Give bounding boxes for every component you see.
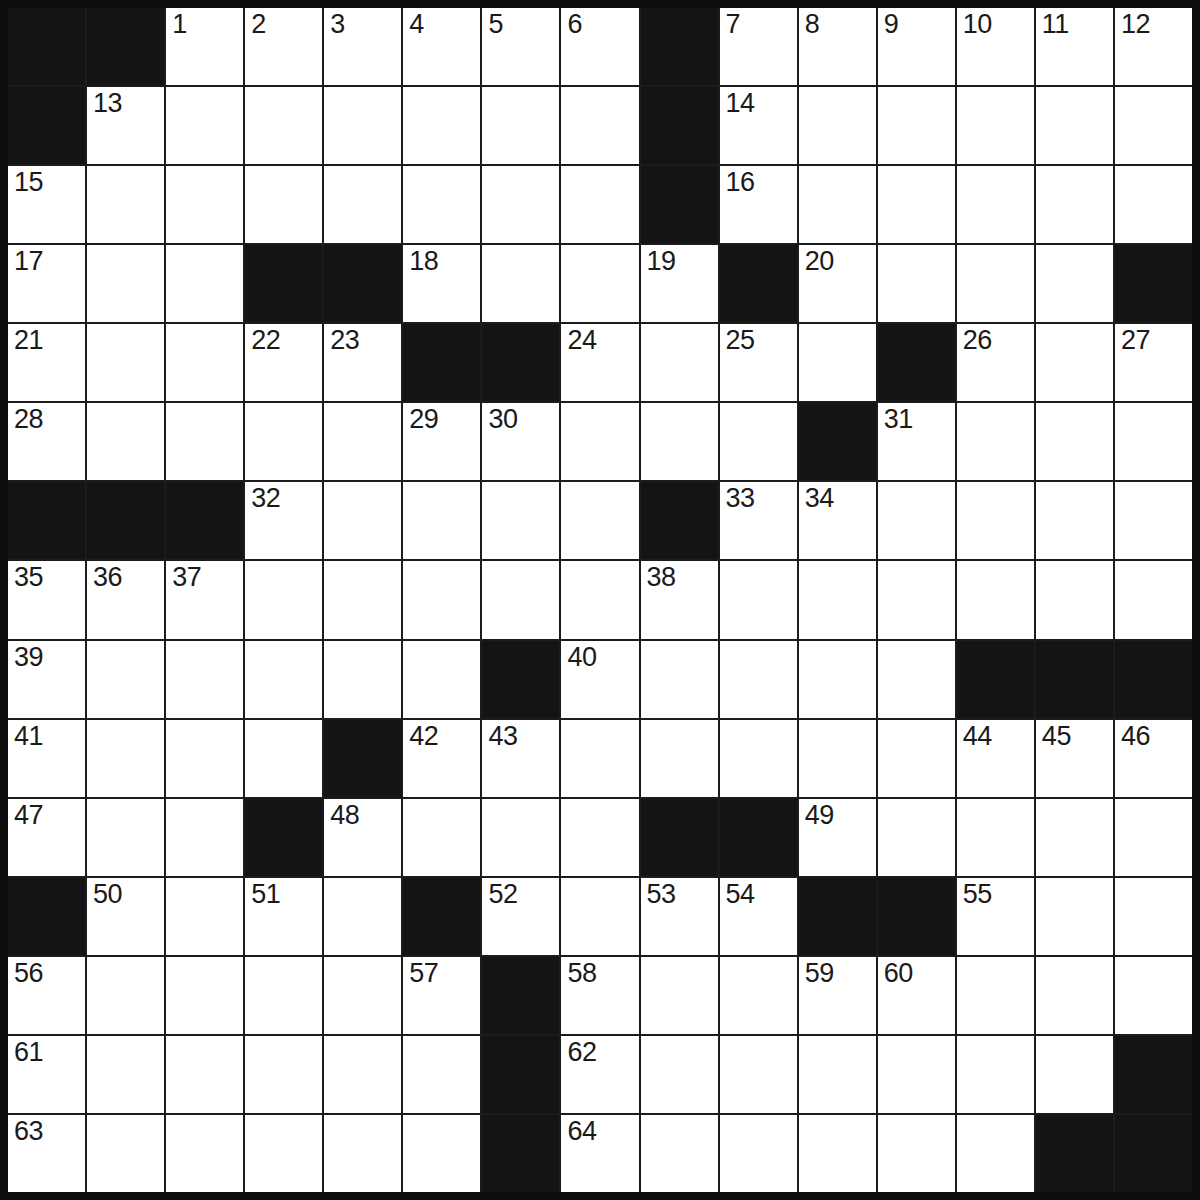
clue-number-17: 17 (14, 246, 43, 277)
black-cell-r5c7 (482, 324, 559, 401)
cell-r9c4[interactable] (245, 641, 322, 718)
cell-r7c10[interactable]: 33 (720, 482, 797, 559)
clue-number-48: 48 (330, 800, 359, 831)
clue-number-53: 53 (647, 879, 676, 910)
clue-number-59: 59 (805, 958, 834, 989)
cell-r12c2[interactable]: 50 (87, 878, 164, 955)
cell-r13c3[interactable] (166, 957, 243, 1034)
cell-r8c14[interactable] (1036, 561, 1113, 638)
cell-r2c11[interactable] (799, 87, 876, 164)
cell-r6c3[interactable] (166, 403, 243, 480)
cell-r10c12[interactable] (878, 720, 955, 797)
cell-r5c3[interactable] (166, 324, 243, 401)
clue-number-9: 9 (884, 9, 899, 40)
cell-r2c3[interactable] (166, 87, 243, 164)
clue-number-7: 7 (726, 9, 741, 40)
black-cell-r2c9 (641, 87, 718, 164)
cell-r3c1[interactable]: 15 (8, 166, 85, 243)
cell-r3c14[interactable] (1036, 166, 1113, 243)
cell-r4c1[interactable]: 17 (8, 245, 85, 322)
cell-r7c14[interactable] (1036, 482, 1113, 559)
cell-r1c11[interactable]: 8 (799, 8, 876, 85)
cell-r13c12[interactable]: 60 (878, 957, 955, 1034)
clue-number-23: 23 (330, 325, 359, 356)
cell-r5c13[interactable]: 26 (957, 324, 1034, 401)
clue-number-8: 8 (805, 9, 820, 40)
cell-r8c8[interactable] (561, 561, 638, 638)
black-cell-r7c9 (641, 482, 718, 559)
black-cell-r12c11 (799, 878, 876, 955)
crossword-grid: 1234567891011121314151617181920212223242… (0, 0, 1200, 1200)
cell-r3c15[interactable] (1115, 166, 1192, 243)
cell-r14c9[interactable] (641, 1036, 718, 1113)
clue-number-21: 21 (14, 325, 43, 356)
cell-r15c11[interactable] (799, 1115, 876, 1192)
cell-r5c5[interactable]: 23 (324, 324, 401, 401)
cell-r12c8[interactable] (561, 878, 638, 955)
cell-r14c5[interactable] (324, 1036, 401, 1113)
black-cell-r9c14 (1036, 641, 1113, 718)
cell-r15c13[interactable] (957, 1115, 1034, 1192)
cell-r6c6[interactable]: 29 (403, 403, 480, 480)
black-cell-r9c7 (482, 641, 559, 718)
black-cell-r10c5 (324, 720, 401, 797)
cell-r15c5[interactable] (324, 1115, 401, 1192)
cell-r8c13[interactable] (957, 561, 1034, 638)
cell-r7c11[interactable]: 34 (799, 482, 876, 559)
cell-r1c6[interactable]: 4 (403, 8, 480, 85)
cell-r9c6[interactable] (403, 641, 480, 718)
cell-r5c11[interactable] (799, 324, 876, 401)
clue-number-56: 56 (14, 958, 43, 989)
clue-number-39: 39 (14, 642, 43, 673)
black-cell-r11c10 (720, 799, 797, 876)
black-cell-r1c2 (87, 8, 164, 85)
clue-number-52: 52 (488, 879, 517, 910)
cell-r1c8[interactable]: 6 (561, 8, 638, 85)
cell-r11c12[interactable] (878, 799, 955, 876)
cell-r9c12[interactable] (878, 641, 955, 718)
black-cell-r14c7 (482, 1036, 559, 1113)
black-cell-r12c12 (878, 878, 955, 955)
cell-r10c13[interactable]: 44 (957, 720, 1034, 797)
clue-number-32: 32 (251, 483, 280, 514)
black-cell-r7c3 (166, 482, 243, 559)
cell-r15c12[interactable] (878, 1115, 955, 1192)
cell-r2c7[interactable] (482, 87, 559, 164)
cell-r14c6[interactable] (403, 1036, 480, 1113)
cell-r2c4[interactable] (245, 87, 322, 164)
clue-number-20: 20 (805, 246, 834, 277)
cell-r14c1[interactable]: 61 (8, 1036, 85, 1113)
cell-r7c7[interactable] (482, 482, 559, 559)
cell-r4c8[interactable] (561, 245, 638, 322)
cell-r10c9[interactable] (641, 720, 718, 797)
cell-r6c14[interactable] (1036, 403, 1113, 480)
cell-r14c13[interactable] (957, 1036, 1034, 1113)
cell-r10c7[interactable]: 43 (482, 720, 559, 797)
cell-r14c11[interactable] (799, 1036, 876, 1113)
clue-number-29: 29 (409, 404, 438, 435)
clue-number-38: 38 (647, 562, 676, 593)
clue-number-28: 28 (14, 404, 43, 435)
cell-r9c1[interactable]: 39 (8, 641, 85, 718)
cell-r12c10[interactable]: 54 (720, 878, 797, 955)
cell-r3c5[interactable] (324, 166, 401, 243)
cell-r7c5[interactable] (324, 482, 401, 559)
cell-r6c13[interactable] (957, 403, 1034, 480)
clue-number-25: 25 (726, 325, 755, 356)
cell-r4c3[interactable] (166, 245, 243, 322)
cell-r7c4[interactable]: 32 (245, 482, 322, 559)
black-cell-r4c4 (245, 245, 322, 322)
clue-number-1: 1 (172, 9, 187, 40)
clue-number-19: 19 (647, 246, 676, 277)
cell-r12c4[interactable]: 51 (245, 878, 322, 955)
clue-number-6: 6 (567, 9, 582, 40)
cell-r11c8[interactable] (561, 799, 638, 876)
cell-r13c4[interactable] (245, 957, 322, 1034)
cell-r13c15[interactable] (1115, 957, 1192, 1034)
black-cell-r2c1 (8, 87, 85, 164)
cell-r3c12[interactable] (878, 166, 955, 243)
clue-number-2: 2 (251, 9, 266, 40)
black-cell-r1c1 (8, 8, 85, 85)
cell-r3c11[interactable] (799, 166, 876, 243)
clue-number-43: 43 (488, 721, 517, 752)
cell-r15c3[interactable] (166, 1115, 243, 1192)
cell-r11c5[interactable]: 48 (324, 799, 401, 876)
clue-number-63: 63 (14, 1116, 43, 1147)
black-cell-r12c1 (8, 878, 85, 955)
cell-r13c5[interactable] (324, 957, 401, 1034)
clue-number-31: 31 (884, 404, 913, 435)
cell-r3c10[interactable]: 16 (720, 166, 797, 243)
cell-r13c2[interactable] (87, 957, 164, 1034)
clue-number-36: 36 (93, 562, 122, 593)
cell-r5c10[interactable]: 25 (720, 324, 797, 401)
cell-r15c2[interactable] (87, 1115, 164, 1192)
cell-r5c15[interactable]: 27 (1115, 324, 1192, 401)
cell-r13c8[interactable]: 58 (561, 957, 638, 1034)
cell-r8c7[interactable] (482, 561, 559, 638)
cell-r4c6[interactable]: 18 (403, 245, 480, 322)
black-cell-r4c5 (324, 245, 401, 322)
cell-r4c11[interactable]: 20 (799, 245, 876, 322)
cell-r6c9[interactable] (641, 403, 718, 480)
clue-number-4: 4 (409, 9, 424, 40)
cell-r5c4[interactable]: 22 (245, 324, 322, 401)
cell-r9c3[interactable] (166, 641, 243, 718)
cell-r10c15[interactable]: 46 (1115, 720, 1192, 797)
cell-r3c4[interactable] (245, 166, 322, 243)
cell-r13c1[interactable]: 56 (8, 957, 85, 1034)
cell-r11c2[interactable] (87, 799, 164, 876)
cell-r2c2[interactable]: 13 (87, 87, 164, 164)
cell-r8c4[interactable] (245, 561, 322, 638)
cell-r6c15[interactable] (1115, 403, 1192, 480)
cell-r6c7[interactable]: 30 (482, 403, 559, 480)
cell-r8c6[interactable] (403, 561, 480, 638)
clue-number-40: 40 (567, 642, 596, 673)
cell-r10c3[interactable] (166, 720, 243, 797)
cell-r3c2[interactable] (87, 166, 164, 243)
cell-r8c9[interactable]: 38 (641, 561, 718, 638)
cell-r13c13[interactable] (957, 957, 1034, 1034)
cell-r5c2[interactable] (87, 324, 164, 401)
clue-number-49: 49 (805, 800, 834, 831)
cell-r9c10[interactable] (720, 641, 797, 718)
clue-number-41: 41 (14, 721, 43, 752)
clue-number-62: 62 (567, 1037, 596, 1068)
clue-number-55: 55 (963, 879, 992, 910)
black-cell-r15c14 (1036, 1115, 1113, 1192)
cell-r13c14[interactable] (1036, 957, 1113, 1034)
cell-r9c11[interactable] (799, 641, 876, 718)
cell-r2c10[interactable]: 14 (720, 87, 797, 164)
clue-number-3: 3 (330, 9, 345, 40)
cell-r1c7[interactable]: 5 (482, 8, 559, 85)
cell-r3c6[interactable] (403, 166, 480, 243)
black-cell-r13c7 (482, 957, 559, 1034)
cell-r11c1[interactable]: 47 (8, 799, 85, 876)
cell-r8c2[interactable]: 36 (87, 561, 164, 638)
clue-number-24: 24 (567, 325, 596, 356)
black-cell-r6c11 (799, 403, 876, 480)
clue-number-51: 51 (251, 879, 280, 910)
clue-number-18: 18 (409, 246, 438, 277)
cell-r12c14[interactable] (1036, 878, 1113, 955)
cell-r12c3[interactable] (166, 878, 243, 955)
cell-r6c4[interactable] (245, 403, 322, 480)
black-cell-r15c15 (1115, 1115, 1192, 1192)
clue-number-5: 5 (488, 9, 503, 40)
cell-r10c11[interactable] (799, 720, 876, 797)
cell-r1c12[interactable]: 9 (878, 8, 955, 85)
cell-r14c2[interactable] (87, 1036, 164, 1113)
black-cell-r3c9 (641, 166, 718, 243)
cell-r11c7[interactable] (482, 799, 559, 876)
clue-number-42: 42 (409, 721, 438, 752)
clue-number-50: 50 (93, 879, 122, 910)
black-cell-r7c1 (8, 482, 85, 559)
cell-r13c9[interactable] (641, 957, 718, 1034)
cell-r5c14[interactable] (1036, 324, 1113, 401)
cell-r6c1[interactable]: 28 (8, 403, 85, 480)
clue-number-46: 46 (1121, 721, 1150, 752)
cell-r14c10[interactable] (720, 1036, 797, 1113)
cell-r2c13[interactable] (957, 87, 1034, 164)
cell-r7c8[interactable] (561, 482, 638, 559)
cell-r13c10[interactable] (720, 957, 797, 1034)
black-cell-r14c15 (1115, 1036, 1192, 1113)
black-cell-r1c9 (641, 8, 718, 85)
clue-number-64: 64 (567, 1116, 596, 1147)
cell-r2c8[interactable] (561, 87, 638, 164)
cell-r5c8[interactable]: 24 (561, 324, 638, 401)
cell-r10c8[interactable] (561, 720, 638, 797)
cell-r1c10[interactable]: 7 (720, 8, 797, 85)
cell-r8c10[interactable] (720, 561, 797, 638)
black-cell-r7c2 (87, 482, 164, 559)
clue-number-11: 11 (1042, 9, 1069, 40)
cell-r1c14[interactable]: 11 (1036, 8, 1113, 85)
cell-r2c6[interactable] (403, 87, 480, 164)
cell-r10c1[interactable]: 41 (8, 720, 85, 797)
cell-r4c13[interactable] (957, 245, 1034, 322)
cell-r14c14[interactable] (1036, 1036, 1113, 1113)
clue-number-47: 47 (14, 800, 43, 831)
cell-r8c15[interactable] (1115, 561, 1192, 638)
cell-r12c7[interactable]: 52 (482, 878, 559, 955)
cell-r8c3[interactable]: 37 (166, 561, 243, 638)
cell-r7c15[interactable] (1115, 482, 1192, 559)
cell-r10c14[interactable]: 45 (1036, 720, 1113, 797)
cell-r14c4[interactable] (245, 1036, 322, 1113)
clue-number-27: 27 (1121, 325, 1150, 356)
clue-number-37: 37 (172, 562, 201, 593)
cell-r1c15[interactable]: 12 (1115, 8, 1192, 85)
cell-r14c3[interactable] (166, 1036, 243, 1113)
cell-r5c1[interactable]: 21 (8, 324, 85, 401)
cell-r11c15[interactable] (1115, 799, 1192, 876)
black-cell-r9c13 (957, 641, 1034, 718)
cell-r12c13[interactable]: 55 (957, 878, 1034, 955)
clue-number-33: 33 (726, 483, 755, 514)
black-cell-r12c6 (403, 878, 480, 955)
cell-r12c5[interactable] (324, 878, 401, 955)
cell-r10c2[interactable] (87, 720, 164, 797)
cell-r10c6[interactable]: 42 (403, 720, 480, 797)
cell-r7c12[interactable] (878, 482, 955, 559)
clue-number-26: 26 (963, 325, 992, 356)
cell-r15c8[interactable]: 64 (561, 1115, 638, 1192)
clue-number-61: 61 (14, 1037, 43, 1068)
cell-r1c13[interactable]: 10 (957, 8, 1034, 85)
black-cell-r9c15 (1115, 641, 1192, 718)
black-cell-r4c10 (720, 245, 797, 322)
cell-r4c12[interactable] (878, 245, 955, 322)
cell-r4c2[interactable] (87, 245, 164, 322)
clue-number-10: 10 (963, 9, 992, 40)
cell-r12c15[interactable] (1115, 878, 1192, 955)
cell-r11c13[interactable] (957, 799, 1034, 876)
black-cell-r4c15 (1115, 245, 1192, 322)
cell-r12c9[interactable]: 53 (641, 878, 718, 955)
cell-r8c5[interactable] (324, 561, 401, 638)
cell-r11c14[interactable] (1036, 799, 1113, 876)
cell-r7c13[interactable] (957, 482, 1034, 559)
clue-number-30: 30 (488, 404, 517, 435)
cell-r15c6[interactable] (403, 1115, 480, 1192)
clue-number-35: 35 (14, 562, 43, 593)
crossword-page: 1234567891011121314151617181920212223242… (0, 0, 1200, 1200)
cell-r9c9[interactable] (641, 641, 718, 718)
clue-number-34: 34 (805, 483, 834, 514)
cell-r6c10[interactable] (720, 403, 797, 480)
black-cell-r11c4 (245, 799, 322, 876)
cell-r5c9[interactable] (641, 324, 718, 401)
clue-number-15: 15 (14, 167, 43, 198)
cell-r2c5[interactable] (324, 87, 401, 164)
clue-number-14: 14 (726, 88, 755, 119)
cell-r13c11[interactable]: 59 (799, 957, 876, 1034)
cell-r4c14[interactable] (1036, 245, 1113, 322)
cell-r10c10[interactable] (720, 720, 797, 797)
clue-number-54: 54 (726, 879, 755, 910)
black-cell-r15c7 (482, 1115, 559, 1192)
clue-number-12: 12 (1121, 9, 1150, 40)
cell-r15c9[interactable] (641, 1115, 718, 1192)
clue-number-58: 58 (567, 958, 596, 989)
cell-r3c3[interactable] (166, 166, 243, 243)
cell-r11c11[interactable]: 49 (799, 799, 876, 876)
cell-r3c7[interactable] (482, 166, 559, 243)
black-cell-r5c12 (878, 324, 955, 401)
cell-r1c5[interactable]: 3 (324, 8, 401, 85)
cell-r9c5[interactable] (324, 641, 401, 718)
cell-r6c2[interactable] (87, 403, 164, 480)
cell-r4c7[interactable] (482, 245, 559, 322)
cell-r2c15[interactable] (1115, 87, 1192, 164)
black-cell-r5c6 (403, 324, 480, 401)
cell-r6c5[interactable] (324, 403, 401, 480)
clue-number-13: 13 (93, 88, 122, 119)
cell-r13c6[interactable]: 57 (403, 957, 480, 1034)
clue-number-16: 16 (726, 167, 755, 198)
cell-r15c10[interactable] (720, 1115, 797, 1192)
clue-number-44: 44 (963, 721, 992, 752)
clue-number-60: 60 (884, 958, 913, 989)
cell-r4c9[interactable]: 19 (641, 245, 718, 322)
cell-r14c8[interactable]: 62 (561, 1036, 638, 1113)
cell-r1c3[interactable]: 1 (166, 8, 243, 85)
cell-r9c8[interactable]: 40 (561, 641, 638, 718)
cell-r1c4[interactable]: 2 (245, 8, 322, 85)
black-cell-r11c9 (641, 799, 718, 876)
cell-r11c6[interactable] (403, 799, 480, 876)
cell-r2c14[interactable] (1036, 87, 1113, 164)
cell-r15c4[interactable] (245, 1115, 322, 1192)
cell-r15c1[interactable]: 63 (8, 1115, 85, 1192)
clue-number-22: 22 (251, 325, 280, 356)
cell-r2c12[interactable] (878, 87, 955, 164)
cell-r11c3[interactable] (166, 799, 243, 876)
cell-r6c12[interactable]: 31 (878, 403, 955, 480)
cell-r10c4[interactable] (245, 720, 322, 797)
cell-r3c13[interactable] (957, 166, 1034, 243)
cell-r3c8[interactable] (561, 166, 638, 243)
cell-r8c1[interactable]: 35 (8, 561, 85, 638)
cell-r7c6[interactable] (403, 482, 480, 559)
cell-r8c12[interactable] (878, 561, 955, 638)
cell-r9c2[interactable] (87, 641, 164, 718)
cell-r8c11[interactable] (799, 561, 876, 638)
clue-number-45: 45 (1042, 721, 1071, 752)
cell-r6c8[interactable] (561, 403, 638, 480)
cell-r14c12[interactable] (878, 1036, 955, 1113)
clue-number-57: 57 (409, 958, 438, 989)
